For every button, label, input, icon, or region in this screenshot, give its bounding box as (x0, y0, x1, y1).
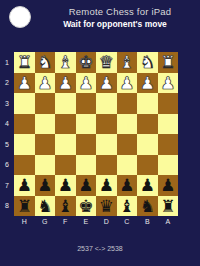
square-a4[interactable] (158, 114, 179, 135)
square-h5[interactable] (14, 134, 35, 155)
black-pawn: ♟ (158, 175, 179, 196)
black-bishop: ♝ (55, 196, 76, 217)
square-g1[interactable]: ♞ (35, 52, 56, 73)
black-rook: ♜ (158, 196, 179, 217)
square-g3[interactable] (35, 93, 56, 114)
black-pawn: ♟ (96, 175, 117, 196)
square-f7[interactable]: ♟ (55, 175, 76, 196)
square-g4[interactable] (35, 114, 56, 135)
square-e4[interactable] (76, 114, 97, 135)
square-g8[interactable]: ♞ (35, 196, 56, 217)
white-pawn: ♟ (96, 73, 117, 94)
square-f6[interactable] (55, 155, 76, 176)
square-f8[interactable]: ♝ (55, 196, 76, 217)
white-queen: ♛ (96, 52, 117, 73)
black-pawn: ♟ (117, 175, 138, 196)
square-d2[interactable]: ♟ (96, 73, 117, 94)
white-bishop: ♝ (117, 52, 138, 73)
square-b6[interactable] (137, 155, 158, 176)
square-d3[interactable] (96, 93, 117, 114)
square-e3[interactable] (76, 93, 97, 114)
square-d4[interactable] (96, 114, 117, 135)
app-title: Remote Chess for iPad (40, 6, 200, 17)
white-bishop: ♝ (55, 52, 76, 73)
square-c3[interactable] (117, 93, 138, 114)
square-a5[interactable] (158, 134, 179, 155)
square-e8[interactable]: ♚ (76, 196, 97, 217)
square-h3[interactable] (14, 93, 35, 114)
rank-label-2: 2 (0, 73, 14, 94)
square-f1[interactable]: ♝ (55, 52, 76, 73)
rank-label-1: 1 (0, 52, 14, 73)
square-e2[interactable]: ♟ (76, 73, 97, 94)
file-labels: HGFEDCBA (14, 217, 178, 227)
square-d7[interactable]: ♟ (96, 175, 117, 196)
rank-label-4: 4 (0, 114, 14, 135)
black-king: ♚ (76, 196, 97, 217)
chess-board: ♜♞♝♚♛♝♞♜♟♟♟♟♟♟♟♟♟♟♟♟♟♟♟♟♜♞♝♚♛♝♞♜ (14, 52, 178, 216)
square-h4[interactable] (14, 114, 35, 135)
square-h2[interactable]: ♟ (14, 73, 35, 94)
white-knight: ♞ (137, 52, 158, 73)
rank-labels: 12345678 (0, 52, 14, 216)
file-label-b: B (137, 217, 158, 227)
black-knight: ♞ (35, 196, 56, 217)
square-b3[interactable] (137, 93, 158, 114)
square-h8[interactable]: ♜ (14, 196, 35, 217)
square-d6[interactable] (96, 155, 117, 176)
square-d8[interactable]: ♛ (96, 196, 117, 217)
square-b8[interactable]: ♞ (137, 196, 158, 217)
file-label-a: A (158, 217, 179, 227)
rank-label-8: 8 (0, 196, 14, 217)
square-e7[interactable]: ♟ (76, 175, 97, 196)
square-b2[interactable]: ♟ (137, 73, 158, 94)
white-pawn: ♟ (14, 73, 35, 94)
rank-label-6: 6 (0, 155, 14, 176)
square-a8[interactable]: ♜ (158, 196, 179, 217)
square-d5[interactable] (96, 134, 117, 155)
black-knight: ♞ (137, 196, 158, 217)
square-g7[interactable]: ♟ (35, 175, 56, 196)
status-message: Wait for opponent's move (30, 19, 200, 29)
square-e5[interactable] (76, 134, 97, 155)
black-pawn: ♟ (14, 175, 35, 196)
white-pawn: ♟ (76, 73, 97, 94)
file-label-c: C (117, 217, 138, 227)
square-b5[interactable] (137, 134, 158, 155)
black-pawn: ♟ (55, 175, 76, 196)
square-c4[interactable] (117, 114, 138, 135)
white-pawn: ♟ (55, 73, 76, 94)
square-c8[interactable]: ♝ (117, 196, 138, 217)
file-label-d: D (96, 217, 117, 227)
square-a2[interactable]: ♟ (158, 73, 179, 94)
black-queen: ♛ (96, 196, 117, 217)
white-knight: ♞ (35, 52, 56, 73)
rank-label-7: 7 (0, 175, 14, 196)
square-f4[interactable] (55, 114, 76, 135)
black-pawn: ♟ (76, 175, 97, 196)
black-rook: ♜ (14, 196, 35, 217)
square-c5[interactable] (117, 134, 138, 155)
black-pawn: ♟ (35, 175, 56, 196)
square-h1[interactable]: ♜ (14, 52, 35, 73)
rank-label-5: 5 (0, 134, 14, 155)
square-f2[interactable]: ♟ (55, 73, 76, 94)
white-pawn: ♟ (158, 73, 179, 94)
square-g2[interactable]: ♟ (35, 73, 56, 94)
square-d1[interactable]: ♛ (96, 52, 117, 73)
file-label-e: E (76, 217, 97, 227)
square-a1[interactable]: ♜ (158, 52, 179, 73)
square-f5[interactable] (55, 134, 76, 155)
square-b1[interactable]: ♞ (137, 52, 158, 73)
square-h6[interactable] (14, 155, 35, 176)
square-c7[interactable]: ♟ (117, 175, 138, 196)
square-a7[interactable]: ♟ (158, 175, 179, 196)
square-a6[interactable] (158, 155, 179, 176)
file-label-g: G (35, 217, 56, 227)
square-g5[interactable] (35, 134, 56, 155)
square-e1[interactable]: ♚ (76, 52, 97, 73)
session-numbers: 2537 <-> 2538 (0, 245, 200, 252)
file-label-h: H (14, 217, 35, 227)
white-pawn: ♟ (117, 73, 138, 94)
white-rook: ♜ (14, 52, 35, 73)
black-pawn: ♟ (137, 175, 158, 196)
square-e6[interactable] (76, 155, 97, 176)
square-c2[interactable]: ♟ (117, 73, 138, 94)
square-b4[interactable] (137, 114, 158, 135)
square-h7[interactable]: ♟ (14, 175, 35, 196)
white-king: ♚ (76, 52, 97, 73)
rank-label-3: 3 (0, 93, 14, 114)
square-c6[interactable] (117, 155, 138, 176)
black-bishop: ♝ (117, 196, 138, 217)
square-b7[interactable]: ♟ (137, 175, 158, 196)
square-a3[interactable] (158, 93, 179, 114)
white-pawn: ♟ (137, 73, 158, 94)
status-light (9, 6, 31, 28)
square-c1[interactable]: ♝ (117, 52, 138, 73)
square-f3[interactable] (55, 93, 76, 114)
file-label-f: F (55, 217, 76, 227)
white-pawn: ♟ (35, 73, 56, 94)
white-rook: ♜ (158, 52, 179, 73)
square-g6[interactable] (35, 155, 56, 176)
